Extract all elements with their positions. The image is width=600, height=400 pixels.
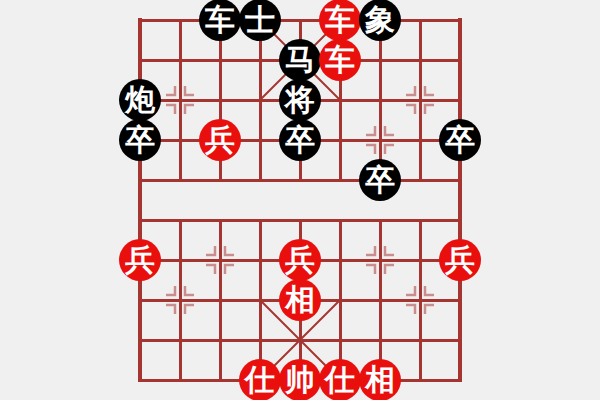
board-point-c8r7[interactable] [400,240,440,280]
board-point-c5r6[interactable] [280,200,320,240]
red-soldier[interactable]: 兵 [279,239,321,281]
board-point-c6r5[interactable] [320,160,360,200]
board-point-c7r10[interactable]: 相 [360,360,400,400]
board-point-c6r4[interactable] [320,120,360,160]
black-elephant[interactable]: 象 [359,0,401,41]
board-point-c8r5[interactable] [400,160,440,200]
red-advisor[interactable]: 仕 [239,359,281,400]
board-point-c2r4[interactable] [160,120,200,160]
board-point-c2r9[interactable] [160,320,200,360]
board-point-c7r1[interactable]: 象 [360,0,400,40]
board-point-c1r1[interactable] [120,0,160,40]
board-point-c7r5[interactable]: 卒 [360,160,400,200]
black-soldier[interactable]: 卒 [359,159,401,201]
board-point-c2r3[interactable] [160,80,200,120]
board-point-c8r10[interactable] [400,360,440,400]
board-point-c7r7[interactable] [360,240,400,280]
board-point-c5r2[interactable]: 马 [280,40,320,80]
board-point-c6r10[interactable]: 仕 [320,360,360,400]
board-point-c8r6[interactable] [400,200,440,240]
board-point-c5r4[interactable]: 卒 [280,120,320,160]
board-point-c5r10[interactable]: 帅 [280,360,320,400]
red-general[interactable]: 帅 [279,359,321,400]
board-point-c3r6[interactable] [200,200,240,240]
black-soldier[interactable]: 卒 [119,119,161,161]
red-soldier[interactable]: 兵 [199,119,241,161]
board-point-c3r7[interactable] [200,240,240,280]
black-cannon[interactable]: 炮 [119,79,161,121]
red-chariot[interactable]: 车 [319,0,361,41]
board-point-c7r8[interactable] [360,280,400,320]
board-point-c4r1[interactable]: 士 [240,0,280,40]
board-point-c6r1[interactable]: 车 [320,0,360,40]
red-elephant[interactable]: 相 [279,279,321,321]
red-advisor[interactable]: 仕 [319,359,361,400]
board-point-c8r4[interactable] [400,120,440,160]
board-point-c5r7[interactable]: 兵 [280,240,320,280]
black-chariot[interactable]: 车 [199,0,241,41]
red-elephant[interactable]: 相 [359,359,401,400]
board-point-c2r10[interactable] [160,360,200,400]
red-soldier[interactable]: 兵 [439,239,481,281]
board-point-c2r5[interactable] [160,160,200,200]
board-point-c6r9[interactable] [320,320,360,360]
board-point-c9r4[interactable]: 卒 [440,120,480,160]
board-point-c4r6[interactable] [240,200,280,240]
board-point-c1r7[interactable]: 兵 [120,240,160,280]
board-point-c1r10[interactable] [120,360,160,400]
board-point-c9r7[interactable]: 兵 [440,240,480,280]
board-point-c7r6[interactable] [360,200,400,240]
board-point-c9r8[interactable] [440,280,480,320]
board-point-c4r3[interactable] [240,80,280,120]
board-point-c2r1[interactable] [160,0,200,40]
board-point-c5r5[interactable] [280,160,320,200]
board-point-c3r3[interactable] [200,80,240,120]
board-point-c9r5[interactable] [440,160,480,200]
board-point-c1r6[interactable] [120,200,160,240]
board-point-c1r3[interactable]: 炮 [120,80,160,120]
black-soldier[interactable]: 卒 [279,119,321,161]
board-point-c6r7[interactable] [320,240,360,280]
black-general[interactable]: 将 [279,79,321,121]
board-point-c9r3[interactable] [440,80,480,120]
black-advisor[interactable]: 士 [239,0,281,41]
board-grid: 车士车象马车炮将卒兵卒卒卒兵兵兵相仕帅仕相 [120,0,480,400]
board-point-c1r4[interactable]: 卒 [120,120,160,160]
board-point-c3r5[interactable] [200,160,240,200]
board-point-c4r2[interactable] [240,40,280,80]
board-point-c1r8[interactable] [120,280,160,320]
board-point-c3r10[interactable] [200,360,240,400]
board-point-c5r9[interactable] [280,320,320,360]
board-point-c9r10[interactable] [440,360,480,400]
board-point-c4r7[interactable] [240,240,280,280]
board-point-c4r5[interactable] [240,160,280,200]
board-point-c9r6[interactable] [440,200,480,240]
board-point-c1r2[interactable] [120,40,160,80]
board-point-c5r8[interactable]: 相 [280,280,320,320]
black-horse[interactable]: 马 [279,39,321,81]
board-point-c7r3[interactable] [360,80,400,120]
board-point-c6r3[interactable] [320,80,360,120]
board-point-c1r5[interactable] [120,160,160,200]
red-chariot[interactable]: 车 [319,39,361,81]
board-point-c3r9[interactable] [200,320,240,360]
board-point-c4r9[interactable] [240,320,280,360]
board-point-c9r9[interactable] [440,320,480,360]
board-point-c2r2[interactable] [160,40,200,80]
board-point-c7r2[interactable] [360,40,400,80]
board-point-c7r9[interactable] [360,320,400,360]
board-point-c7r4[interactable] [360,120,400,160]
board-point-c3r8[interactable] [200,280,240,320]
board-point-c6r2[interactable]: 车 [320,40,360,80]
board-point-c5r3[interactable]: 将 [280,80,320,120]
board-point-c4r8[interactable] [240,280,280,320]
board-point-c5r1[interactable] [280,0,320,40]
black-soldier[interactable]: 卒 [439,119,481,161]
board-point-c3r1[interactable]: 车 [200,0,240,40]
board-point-c4r4[interactable] [240,120,280,160]
board-point-c2r6[interactable] [160,200,200,240]
board-point-c8r8[interactable] [400,280,440,320]
board-point-c8r1[interactable] [400,0,440,40]
board-point-c3r2[interactable] [200,40,240,80]
board-point-c9r2[interactable] [440,40,480,80]
board-point-c8r2[interactable] [400,40,440,80]
board-point-c2r8[interactable] [160,280,200,320]
board-point-c9r1[interactable] [440,0,480,40]
board-point-c3r4[interactable]: 兵 [200,120,240,160]
board-point-c8r3[interactable] [400,80,440,120]
board-point-c6r8[interactable] [320,280,360,320]
red-soldier[interactable]: 兵 [119,239,161,281]
xiangqi-board: 车士车象马车炮将卒兵卒卒卒兵兵兵相仕帅仕相 [0,0,600,400]
board-point-c6r6[interactable] [320,200,360,240]
board-point-c8r9[interactable] [400,320,440,360]
board-point-c4r10[interactable]: 仕 [240,360,280,400]
board-point-c2r7[interactable] [160,240,200,280]
board-point-c1r9[interactable] [120,320,160,360]
